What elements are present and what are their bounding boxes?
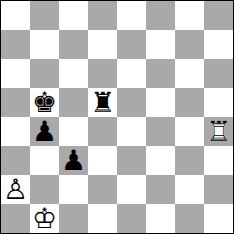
square-c3[interactable]: ♟ bbox=[59, 146, 88, 175]
square-g4[interactable] bbox=[175, 117, 204, 146]
square-f1[interactable] bbox=[146, 204, 175, 233]
square-c2[interactable] bbox=[59, 175, 88, 204]
square-g3[interactable] bbox=[175, 146, 204, 175]
piece-white-king[interactable]: ♚♔ bbox=[30, 204, 59, 233]
square-a7[interactable] bbox=[1, 30, 30, 59]
square-b8[interactable] bbox=[30, 1, 59, 30]
square-g8[interactable] bbox=[175, 1, 204, 30]
square-h3[interactable] bbox=[204, 146, 233, 175]
square-e3[interactable] bbox=[117, 146, 146, 175]
piece-white-pawn[interactable]: ♟♙ bbox=[1, 175, 30, 204]
square-a6[interactable] bbox=[1, 59, 30, 88]
square-f7[interactable] bbox=[146, 30, 175, 59]
white-king-outline: ♔ bbox=[30, 204, 59, 233]
square-c4[interactable] bbox=[59, 117, 88, 146]
piece-black-rook[interactable]: ♜ bbox=[88, 88, 117, 117]
square-e1[interactable] bbox=[117, 204, 146, 233]
square-g7[interactable] bbox=[175, 30, 204, 59]
square-b7[interactable] bbox=[30, 30, 59, 59]
square-c8[interactable] bbox=[59, 1, 88, 30]
piece-black-pawn[interactable]: ♟ bbox=[59, 146, 88, 175]
square-h8[interactable] bbox=[204, 1, 233, 30]
square-f4[interactable] bbox=[146, 117, 175, 146]
square-d4[interactable] bbox=[88, 117, 117, 146]
white-pawn-outline: ♙ bbox=[1, 175, 30, 204]
piece-black-pawn[interactable]: ♟ bbox=[30, 117, 59, 146]
square-c1[interactable] bbox=[59, 204, 88, 233]
square-f2[interactable] bbox=[146, 175, 175, 204]
white-rook-outline: ♖ bbox=[204, 117, 233, 146]
square-f6[interactable] bbox=[146, 59, 175, 88]
square-g5[interactable] bbox=[175, 88, 204, 117]
square-c5[interactable] bbox=[59, 88, 88, 117]
square-e8[interactable] bbox=[117, 1, 146, 30]
square-h6[interactable] bbox=[204, 59, 233, 88]
square-b3[interactable] bbox=[30, 146, 59, 175]
square-h7[interactable] bbox=[204, 30, 233, 59]
chess-board: ♚♜♟♜♖♟♟♙♚♔ bbox=[0, 0, 234, 234]
square-a1[interactable] bbox=[1, 204, 30, 233]
square-a3[interactable] bbox=[1, 146, 30, 175]
square-h2[interactable] bbox=[204, 175, 233, 204]
square-e2[interactable] bbox=[117, 175, 146, 204]
square-d1[interactable] bbox=[88, 204, 117, 233]
square-d7[interactable] bbox=[88, 30, 117, 59]
square-a4[interactable] bbox=[1, 117, 30, 146]
square-e5[interactable] bbox=[117, 88, 146, 117]
square-e6[interactable] bbox=[117, 59, 146, 88]
square-a8[interactable] bbox=[1, 1, 30, 30]
square-g6[interactable] bbox=[175, 59, 204, 88]
square-g1[interactable] bbox=[175, 204, 204, 233]
square-e7[interactable] bbox=[117, 30, 146, 59]
square-c7[interactable] bbox=[59, 30, 88, 59]
square-h4[interactable]: ♜♖ bbox=[204, 117, 233, 146]
square-b1[interactable]: ♚♔ bbox=[30, 204, 59, 233]
square-d3[interactable] bbox=[88, 146, 117, 175]
square-b5[interactable]: ♚ bbox=[30, 88, 59, 117]
square-f8[interactable] bbox=[146, 1, 175, 30]
square-b4[interactable]: ♟ bbox=[30, 117, 59, 146]
square-f3[interactable] bbox=[146, 146, 175, 175]
square-f5[interactable] bbox=[146, 88, 175, 117]
square-d8[interactable] bbox=[88, 1, 117, 30]
square-b2[interactable] bbox=[30, 175, 59, 204]
square-d5[interactable]: ♜ bbox=[88, 88, 117, 117]
piece-white-rook[interactable]: ♜♖ bbox=[204, 117, 233, 146]
square-d6[interactable] bbox=[88, 59, 117, 88]
square-h1[interactable] bbox=[204, 204, 233, 233]
piece-black-king[interactable]: ♚ bbox=[30, 88, 59, 117]
square-g2[interactable] bbox=[175, 175, 204, 204]
square-a2[interactable]: ♟♙ bbox=[1, 175, 30, 204]
square-d2[interactable] bbox=[88, 175, 117, 204]
square-e4[interactable] bbox=[117, 117, 146, 146]
square-b6[interactable] bbox=[30, 59, 59, 88]
square-h5[interactable] bbox=[204, 88, 233, 117]
square-c6[interactable] bbox=[59, 59, 88, 88]
square-a5[interactable] bbox=[1, 88, 30, 117]
